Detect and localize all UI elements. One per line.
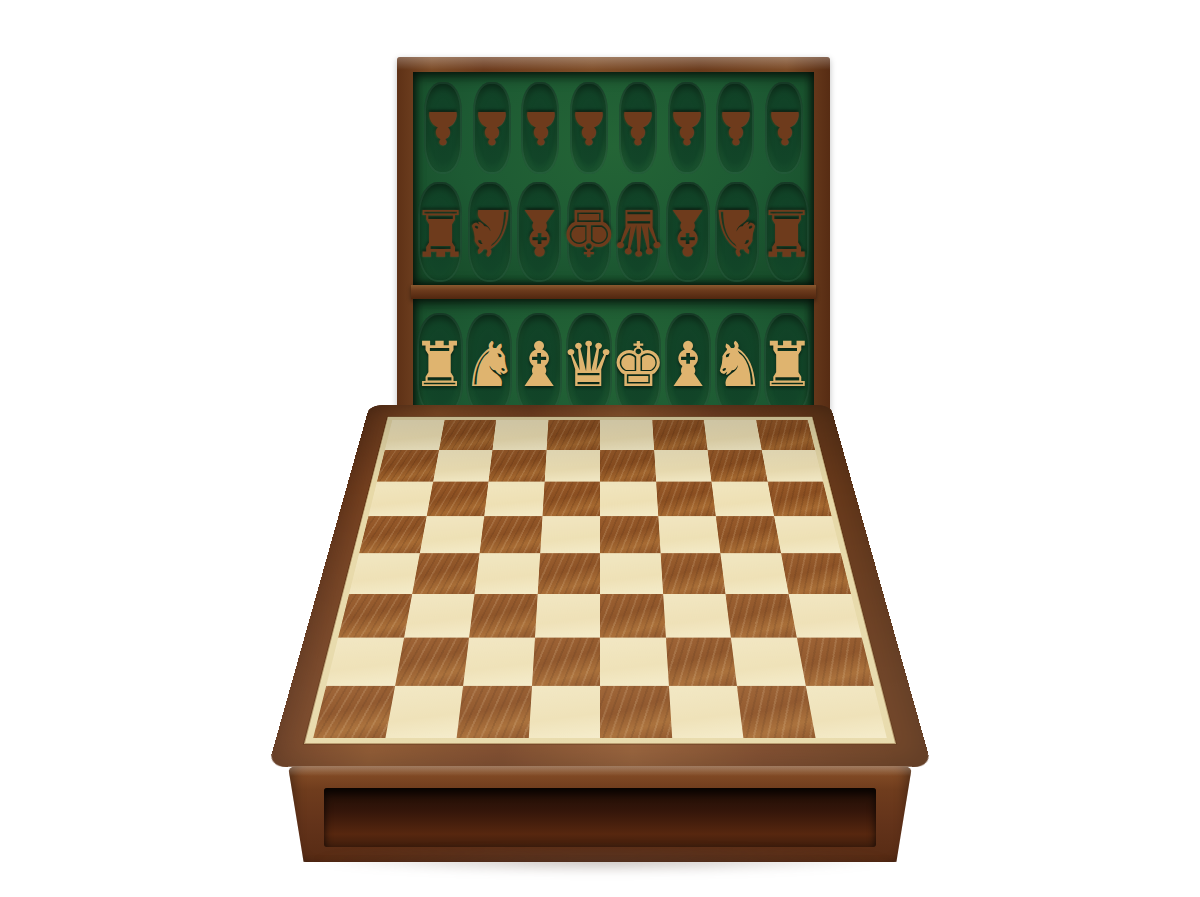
square-a8: [385, 420, 444, 450]
square-e8: [600, 420, 654, 450]
square-h8: [756, 420, 815, 450]
pawn-piece-icon: ♟: [568, 105, 609, 151]
dark-pawn-row: ♟♟♟♟♟♟♟♟: [413, 82, 814, 174]
tray-piece-light-knight: ♞: [466, 313, 512, 417]
tray-piece-dark-pawn: ♟: [473, 82, 511, 174]
square-h7: [761, 450, 823, 482]
tray-piece-dark-knight: ♞: [468, 182, 512, 282]
board-frame: [268, 405, 932, 767]
tray-piece-light-bishop: ♝: [665, 313, 711, 417]
square-d5: [540, 516, 600, 553]
square-d3: [535, 594, 600, 638]
square-b3: [404, 594, 475, 638]
square-e4: [600, 553, 663, 593]
tray-piece-light-bishop: ♝: [516, 313, 562, 417]
dark-piece-tray: ♟♟♟♟♟♟♟♟ ♜♞♝♚♛♝♞♜: [413, 72, 814, 285]
square-e1: [600, 685, 672, 737]
square-d2: [532, 638, 600, 686]
square-c6: [484, 482, 544, 516]
square-c8: [492, 420, 548, 450]
tray-piece-dark-pawn: ♟: [619, 82, 657, 174]
square-f8: [652, 420, 708, 450]
tray-piece-dark-queen: ♛: [616, 182, 660, 282]
square-g2: [731, 638, 805, 686]
pawn-piece-icon: ♟: [617, 105, 658, 151]
rook-piece-icon: ♜: [759, 334, 814, 396]
light-major-row: ♜♞♝♛♚♝♞♜: [413, 313, 814, 417]
square-e7: [600, 450, 656, 482]
tray-divider-bar: [411, 285, 816, 299]
king-piece-icon: ♚: [610, 334, 666, 396]
square-f5: [658, 516, 721, 553]
square-a5: [359, 516, 426, 553]
tray-piece-light-knight: ♞: [715, 313, 761, 417]
tray-piece-dark-king: ♚: [567, 182, 611, 282]
square-f1: [668, 685, 743, 737]
square-g7: [708, 450, 768, 482]
square-e2: [600, 638, 668, 686]
tray-piece-dark-pawn: ♟: [424, 82, 462, 174]
square-e6: [600, 482, 658, 516]
square-g1: [737, 685, 815, 737]
square-d6: [542, 482, 600, 516]
pawn-piece-icon: ♟: [666, 105, 707, 151]
maple-inlay-border: [304, 417, 896, 744]
tray-piece-dark-rook: ♜: [418, 182, 462, 282]
bishop-piece-icon: ♝: [511, 334, 567, 396]
pawn-piece-icon: ♟: [422, 105, 463, 151]
square-a4: [349, 553, 419, 593]
tray-piece-light-king: ♚: [615, 313, 661, 417]
square-h6: [767, 482, 831, 516]
square-a6: [368, 482, 432, 516]
square-b4: [412, 553, 480, 593]
square-e3: [600, 594, 665, 638]
tray-piece-dark-bishop: ♝: [517, 182, 561, 282]
tray-piece-light-queen: ♛: [566, 313, 612, 417]
square-b1: [385, 685, 463, 737]
square-g4: [720, 553, 788, 593]
floor-shadow: [306, 846, 898, 874]
square-a3: [338, 594, 412, 638]
square-h4: [781, 553, 851, 593]
bishop-piece-icon: ♝: [660, 334, 716, 396]
square-b6: [426, 482, 488, 516]
square-e5: [600, 516, 660, 553]
square-c7: [489, 450, 547, 482]
pawn-piece-icon: ♟: [471, 105, 512, 151]
square-f3: [663, 594, 731, 638]
square-b8: [439, 420, 496, 450]
king-piece-icon: ♚: [560, 200, 617, 264]
dark-major-row: ♜♞♝♚♛♝♞♜: [413, 182, 814, 282]
pawn-piece-icon: ♟: [520, 105, 561, 151]
square-c1: [457, 685, 532, 737]
square-b2: [395, 638, 469, 686]
tray-piece-dark-bishop: ♝: [666, 182, 710, 282]
tray-piece-dark-rook: ♜: [765, 182, 809, 282]
square-h1: [805, 685, 886, 737]
tray-piece-dark-pawn: ♟: [570, 82, 608, 174]
square-a7: [377, 450, 439, 482]
queen-piece-icon: ♛: [561, 334, 617, 396]
square-d7: [544, 450, 600, 482]
square-b7: [433, 450, 493, 482]
square-c5: [480, 516, 543, 553]
square-b5: [419, 516, 484, 553]
square-g5: [716, 516, 781, 553]
square-h5: [774, 516, 841, 553]
square-d4: [537, 553, 600, 593]
tray-piece-light-rook: ♜: [417, 313, 463, 417]
square-g6: [711, 482, 773, 516]
pawn-piece-icon: ♟: [764, 105, 805, 151]
square-f2: [665, 638, 736, 686]
chess-board-grid: [313, 420, 887, 738]
chess-set-photo: Handcrafted wooden chess set: open stora…: [0, 0, 1200, 897]
square-f6: [656, 482, 716, 516]
square-g3: [725, 594, 796, 638]
square-h3: [788, 594, 862, 638]
tray-piece-dark-pawn: ♟: [668, 82, 706, 174]
drawer-slot-opening: [324, 788, 876, 847]
tray-piece-dark-knight: ♞: [715, 182, 759, 282]
square-c2: [463, 638, 534, 686]
square-c3: [469, 594, 537, 638]
pawn-piece-icon: ♟: [715, 105, 756, 151]
rook-piece-icon: ♜: [758, 200, 815, 264]
square-d8: [546, 420, 600, 450]
rook-piece-icon: ♜: [413, 334, 467, 396]
square-f4: [660, 553, 725, 593]
square-c4: [475, 553, 540, 593]
knight-piece-icon: ♞: [461, 200, 518, 264]
square-f7: [654, 450, 712, 482]
square-g8: [704, 420, 761, 450]
knight-piece-icon: ♞: [462, 334, 518, 396]
square-h2: [796, 638, 873, 686]
square-a2: [326, 638, 403, 686]
chessboard: [268, 455, 932, 767]
tray-piece-light-rook: ♜: [764, 313, 810, 417]
tray-piece-dark-pawn: ♟: [716, 82, 754, 174]
knight-piece-icon: ♞: [710, 334, 766, 396]
square-a1: [313, 685, 394, 737]
square-d1: [528, 685, 600, 737]
tray-piece-dark-pawn: ♟: [521, 82, 559, 174]
tray-piece-dark-pawn: ♟: [765, 82, 803, 174]
